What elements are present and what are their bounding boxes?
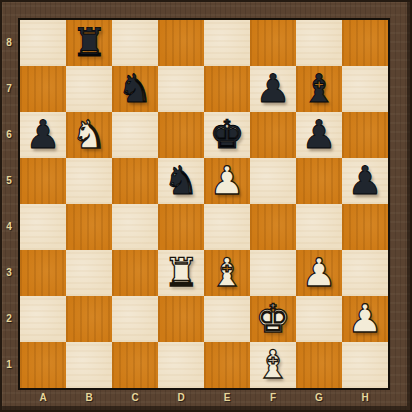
file-label-b: B (66, 389, 112, 409)
piece-black-pawn[interactable]: ♟ (302, 115, 337, 154)
file-label-g: G (296, 389, 342, 409)
square-c5[interactable] (112, 158, 158, 204)
square-g6[interactable]: ♟ (296, 112, 342, 158)
square-g4[interactable] (296, 204, 342, 250)
file-labels: ABCDEFGH (20, 389, 388, 409)
rank-labels: 87654321 (0, 20, 18, 388)
square-d4[interactable] (158, 204, 204, 250)
square-a4[interactable] (20, 204, 66, 250)
square-g7[interactable]: ♝ (296, 66, 342, 112)
piece-black-pawn[interactable]: ♟ (348, 161, 383, 200)
square-e1[interactable] (204, 342, 250, 388)
square-h8[interactable] (342, 20, 388, 66)
square-d8[interactable] (158, 20, 204, 66)
chess-board: ♜♞♟♝♟♞♚♟♞♟♟♜♝♟♚♟♝ (20, 20, 388, 388)
file-label-a: A (20, 389, 66, 409)
square-c2[interactable] (112, 296, 158, 342)
piece-white-pawn[interactable]: ♟ (348, 299, 383, 338)
square-a5[interactable] (20, 158, 66, 204)
square-d5[interactable]: ♞ (158, 158, 204, 204)
piece-black-bishop[interactable]: ♝ (302, 69, 337, 108)
file-label-h: H (342, 389, 388, 409)
square-e4[interactable] (204, 204, 250, 250)
square-g1[interactable] (296, 342, 342, 388)
piece-white-knight[interactable]: ♞ (72, 115, 107, 154)
square-a2[interactable] (20, 296, 66, 342)
piece-black-pawn[interactable]: ♟ (256, 69, 291, 108)
rank-label-2: 2 (0, 296, 18, 342)
square-e8[interactable] (204, 20, 250, 66)
square-e5[interactable]: ♟ (204, 158, 250, 204)
square-h3[interactable] (342, 250, 388, 296)
file-label-d: D (158, 389, 204, 409)
square-c8[interactable] (112, 20, 158, 66)
square-h4[interactable] (342, 204, 388, 250)
square-b8[interactable]: ♜ (66, 20, 112, 66)
piece-white-pawn[interactable]: ♟ (302, 253, 337, 292)
square-c3[interactable] (112, 250, 158, 296)
square-f7[interactable]: ♟ (250, 66, 296, 112)
square-a3[interactable] (20, 250, 66, 296)
square-c6[interactable] (112, 112, 158, 158)
rank-label-8: 8 (0, 20, 18, 66)
square-a8[interactable] (20, 20, 66, 66)
square-b6[interactable]: ♞ (66, 112, 112, 158)
square-d7[interactable] (158, 66, 204, 112)
rank-label-5: 5 (0, 158, 18, 204)
square-b2[interactable] (66, 296, 112, 342)
square-e7[interactable] (204, 66, 250, 112)
piece-black-rook[interactable]: ♜ (72, 23, 107, 62)
square-f5[interactable] (250, 158, 296, 204)
square-a7[interactable] (20, 66, 66, 112)
square-g3[interactable]: ♟ (296, 250, 342, 296)
rank-label-6: 6 (0, 112, 18, 158)
piece-black-knight[interactable]: ♞ (118, 69, 153, 108)
square-h6[interactable] (342, 112, 388, 158)
rank-label-7: 7 (0, 66, 18, 112)
square-d6[interactable] (158, 112, 204, 158)
square-f2[interactable]: ♚ (250, 296, 296, 342)
square-d2[interactable] (158, 296, 204, 342)
square-g8[interactable] (296, 20, 342, 66)
piece-black-knight[interactable]: ♞ (164, 161, 199, 200)
square-h2[interactable]: ♟ (342, 296, 388, 342)
square-a6[interactable]: ♟ (20, 112, 66, 158)
file-label-c: C (112, 389, 158, 409)
square-f8[interactable] (250, 20, 296, 66)
piece-white-king[interactable]: ♚ (256, 299, 291, 338)
piece-white-bishop[interactable]: ♝ (210, 253, 245, 292)
file-label-f: F (250, 389, 296, 409)
file-label-e: E (204, 389, 250, 409)
square-b1[interactable] (66, 342, 112, 388)
chess-board-frame: 87654321 ABCDEFGH ♜♞♟♝♟♞♚♟♞♟♟♜♝♟♚♟♝ (0, 0, 412, 412)
square-b4[interactable] (66, 204, 112, 250)
rank-label-4: 4 (0, 204, 18, 250)
piece-white-bishop[interactable]: ♝ (256, 345, 291, 384)
square-f1[interactable]: ♝ (250, 342, 296, 388)
square-b7[interactable] (66, 66, 112, 112)
piece-black-pawn[interactable]: ♟ (26, 115, 61, 154)
square-b5[interactable] (66, 158, 112, 204)
square-e6[interactable]: ♚ (204, 112, 250, 158)
piece-white-rook[interactable]: ♜ (164, 253, 199, 292)
square-e3[interactable]: ♝ (204, 250, 250, 296)
square-f4[interactable] (250, 204, 296, 250)
square-d1[interactable] (158, 342, 204, 388)
rank-label-3: 3 (0, 250, 18, 296)
square-h1[interactable] (342, 342, 388, 388)
rank-label-1: 1 (0, 342, 18, 388)
square-b3[interactable] (66, 250, 112, 296)
square-c4[interactable] (112, 204, 158, 250)
piece-black-king[interactable]: ♚ (210, 115, 245, 154)
square-a1[interactable] (20, 342, 66, 388)
square-h5[interactable]: ♟ (342, 158, 388, 204)
square-g5[interactable] (296, 158, 342, 204)
square-d3[interactable]: ♜ (158, 250, 204, 296)
square-f3[interactable] (250, 250, 296, 296)
square-f6[interactable] (250, 112, 296, 158)
square-e2[interactable] (204, 296, 250, 342)
piece-white-pawn[interactable]: ♟ (210, 161, 245, 200)
square-c1[interactable] (112, 342, 158, 388)
square-h7[interactable] (342, 66, 388, 112)
square-g2[interactable] (296, 296, 342, 342)
square-c7[interactable]: ♞ (112, 66, 158, 112)
